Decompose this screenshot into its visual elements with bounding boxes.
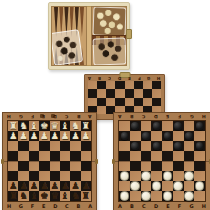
- file-label: B: [77, 203, 81, 209]
- folded-square: [143, 89, 152, 97]
- black-checker: [196, 142, 204, 149]
- folded-square: [115, 81, 124, 89]
- chess-square: ♛: [50, 191, 60, 201]
- chess-square: ♚: [39, 191, 49, 201]
- checkers-square: [119, 141, 130, 151]
- file-label: F: [178, 203, 181, 209]
- checkers-square: [184, 161, 195, 171]
- checkers-square: [184, 171, 195, 181]
- checkers-square: [173, 161, 184, 171]
- file-label: F: [31, 114, 34, 119]
- folded-square: [152, 81, 161, 89]
- checkers-square: [162, 121, 173, 131]
- chess-square: [8, 141, 18, 151]
- checkers-square: [184, 181, 195, 191]
- page-background: { "game": "3-in-1 wooden board game set:…: [0, 0, 210, 210]
- file-label: C: [108, 76, 111, 81]
- file-label: F: [138, 76, 141, 81]
- checkers-square: [184, 141, 195, 151]
- checkers-square: [119, 161, 130, 171]
- white-pawn: ♟: [71, 131, 80, 141]
- checkers-letters-bottom: ABCDEFGH: [114, 202, 210, 210]
- checkers-square: [151, 151, 162, 161]
- checkers-square: [194, 191, 205, 201]
- checkers-square: [162, 191, 173, 201]
- folded-square: [88, 89, 97, 97]
- chess-square: [50, 161, 60, 171]
- file-label: D: [53, 203, 57, 209]
- chess-square: [39, 151, 49, 161]
- chess-square: [50, 141, 60, 151]
- chess-square: ♟: [39, 131, 49, 141]
- checkers-square: [162, 131, 173, 141]
- folded-board-grid: [88, 81, 161, 114]
- black-rook: ♜: [9, 191, 18, 201]
- checkers-square: [141, 121, 152, 131]
- checkers-square: [194, 131, 205, 141]
- checkers-square: [162, 151, 173, 161]
- chess-square: ♞: [70, 191, 80, 201]
- file-label: G: [190, 114, 194, 119]
- checkers-square: [194, 151, 205, 161]
- black-checker: [153, 142, 161, 149]
- checkers-square: [151, 171, 162, 181]
- chess-square: [70, 161, 80, 171]
- chess-square: [81, 151, 91, 161]
- folded-square: [143, 98, 152, 106]
- checkers-square: [119, 171, 130, 181]
- checkers-square: [130, 161, 141, 171]
- chess-square: ♟: [60, 131, 70, 141]
- checkers-square: [194, 141, 205, 151]
- white-pawn: ♟: [61, 131, 70, 141]
- checkers-square: [194, 161, 205, 171]
- checkers-square: [194, 121, 205, 131]
- checkers-square: [141, 181, 152, 191]
- checkers-square: [162, 161, 173, 171]
- chess-square: [8, 151, 18, 161]
- checkers-square: [151, 141, 162, 151]
- black-knight: ♞: [19, 191, 28, 201]
- file-label: C: [142, 114, 145, 119]
- fold-seam: [115, 161, 209, 162]
- folded-square: [134, 98, 143, 106]
- folded-square: [152, 89, 161, 97]
- white-pawn: ♟: [19, 131, 28, 141]
- folded-square: [115, 98, 124, 106]
- hinge-icon: [1, 159, 4, 164]
- folded-square: [143, 81, 152, 89]
- checkers-square: [141, 131, 152, 141]
- file-label: A: [118, 114, 121, 119]
- file-label: E: [42, 203, 45, 209]
- fold-seam: [4, 161, 95, 162]
- black-checker: [174, 142, 182, 149]
- open-game-box: [48, 2, 130, 70]
- checkers-square: [141, 141, 152, 151]
- folded-square: [97, 81, 106, 89]
- chess-square: [70, 151, 80, 161]
- checkers-square: [151, 121, 162, 131]
- file-label: E: [166, 203, 169, 209]
- file-label: G: [189, 203, 193, 209]
- checkers-square: [151, 181, 162, 191]
- white-checker: [184, 171, 194, 180]
- hinge-icon: [112, 159, 115, 164]
- checkers-square: [184, 131, 195, 141]
- folded-square: [106, 89, 115, 97]
- checkers-square: [173, 141, 184, 151]
- checkers-letters-top: ABCDEFGH: [114, 113, 210, 120]
- chess-square: [60, 151, 70, 161]
- folded-square: [152, 98, 161, 106]
- chess-square: [60, 161, 70, 171]
- black-checker: [121, 132, 129, 139]
- white-pawn: ♟: [40, 131, 49, 141]
- checkers-square: [173, 191, 184, 201]
- file-label: D: [154, 114, 158, 119]
- white-pawn: ♟: [30, 131, 39, 141]
- checkers-square: [141, 151, 152, 161]
- file-label: A: [118, 203, 122, 209]
- file-label: E: [128, 76, 131, 81]
- checkers-square: [119, 181, 130, 191]
- folded-square: [134, 81, 143, 89]
- file-label: C: [65, 203, 69, 209]
- black-king: ♚: [40, 191, 49, 201]
- file-label: D: [53, 114, 57, 119]
- file-label: H: [7, 114, 11, 119]
- file-label: G: [19, 114, 23, 119]
- black-checker: [174, 122, 182, 129]
- chess-square: ♟: [29, 131, 39, 141]
- file-label: B: [77, 114, 80, 119]
- black-rook: ♜: [82, 191, 91, 201]
- file-label: G: [147, 76, 150, 81]
- chess-square: ♝: [60, 191, 70, 201]
- file-label: A: [88, 114, 91, 119]
- chess-square: ♜: [81, 191, 91, 201]
- file-label: B: [98, 76, 101, 81]
- checkers-square: [151, 191, 162, 201]
- chess-letters-top: HGFEDCBA: [3, 113, 96, 120]
- file-label: F: [178, 114, 181, 119]
- white-checker: [120, 171, 130, 180]
- chess-square: ♜: [8, 191, 18, 201]
- checkers-square: [173, 151, 184, 161]
- folded-square: [88, 81, 97, 89]
- checkers-square: [130, 131, 141, 141]
- checkers-square: [141, 171, 152, 181]
- file-label: A: [88, 203, 92, 209]
- chess-square: ♟: [8, 131, 18, 141]
- file-label: H: [202, 203, 206, 209]
- chess-square: [81, 141, 91, 151]
- chess-square: ♟: [81, 131, 91, 141]
- folded-square: [115, 89, 124, 97]
- white-checker: [195, 181, 205, 190]
- file-label: E: [166, 114, 169, 119]
- chess-square: [60, 141, 70, 151]
- black-queen: ♛: [50, 191, 59, 201]
- backgammon-left-half: [51, 6, 87, 66]
- black-bishop: ♝: [30, 191, 39, 201]
- checkers-square: [194, 181, 205, 191]
- bag-dark-pieces-left: [51, 29, 83, 66]
- file-label: C: [142, 203, 146, 209]
- chess-square: ♟: [18, 131, 28, 141]
- black-checker: [131, 122, 139, 129]
- checkers-square: [194, 171, 205, 181]
- white-checker: [184, 191, 194, 200]
- chess-square: [70, 141, 80, 151]
- chess-square: [18, 141, 28, 151]
- chess-square: ♟: [70, 131, 80, 141]
- black-knight: ♞: [71, 191, 80, 201]
- black-checker: [131, 142, 139, 149]
- checkers-square: [162, 171, 173, 181]
- chess-square: ♝: [29, 191, 39, 201]
- file-label: G: [19, 203, 23, 209]
- checkers-square: [119, 121, 130, 131]
- white-pawn: ♟: [50, 131, 59, 141]
- checkers-square: [130, 121, 141, 131]
- checkers-square: [119, 151, 130, 161]
- white-checker: [130, 181, 140, 190]
- file-label: E: [42, 114, 45, 119]
- folded-square: [125, 89, 134, 97]
- checkers-square: [119, 131, 130, 141]
- checkers-square: [151, 131, 162, 141]
- chess-square: ♞: [18, 191, 28, 201]
- white-checker: [141, 191, 151, 200]
- chess-square: [18, 161, 28, 171]
- white-checker: [152, 181, 162, 190]
- folded-square: [88, 98, 97, 106]
- folded-square: [97, 106, 106, 114]
- chess-square: [18, 151, 28, 161]
- checkers-square: [173, 171, 184, 181]
- file-label: H: [157, 76, 160, 81]
- chess-square: [29, 151, 39, 161]
- file-label: D: [154, 203, 158, 209]
- checkers-square: [130, 181, 141, 191]
- chess-square: [39, 161, 49, 171]
- file-label: F: [31, 203, 34, 209]
- folded-square: [125, 81, 134, 89]
- file-label: C: [65, 114, 68, 119]
- chess-square: [8, 161, 18, 171]
- box-clasp-icon: [126, 29, 132, 39]
- white-checker: [163, 171, 173, 180]
- white-pawn: ♟: [9, 131, 18, 141]
- chess-board: HGFEDCBA ♜♞♝♚♛♝♞♜♟♟♟♟♟♟♟♟♟♟♟♟♟♟♟♟♜♞♝♚♛♝♞…: [2, 112, 97, 210]
- checkers-square: [184, 151, 195, 161]
- chess-square: [29, 141, 39, 151]
- white-checker: [163, 191, 173, 200]
- checkers-square: [184, 191, 195, 201]
- folded-square: [97, 98, 106, 106]
- file-label: B: [130, 114, 133, 119]
- bag-dark-pieces-right: [93, 37, 127, 65]
- chess-square: [39, 141, 49, 151]
- file-label: D: [118, 76, 121, 81]
- backgammon-right-half: [91, 6, 127, 66]
- black-checker: [153, 122, 161, 129]
- folded-square: [106, 98, 115, 106]
- hinge-icon: [209, 159, 210, 164]
- folded-square: [125, 98, 134, 106]
- folded-square: [134, 89, 143, 97]
- checkers-board: ABCDEFGH ABCDEFGH: [113, 112, 210, 210]
- bag-white-pieces: [93, 6, 127, 36]
- black-checker: [185, 132, 193, 139]
- checkers-square: [141, 191, 152, 201]
- hinge-icon: [95, 159, 98, 164]
- black-bishop: ♝: [61, 191, 70, 201]
- chess-square: [29, 161, 39, 171]
- checkers-square: [130, 191, 141, 201]
- folded-square: [106, 81, 115, 89]
- white-checker: [173, 181, 183, 190]
- checkers-square: [173, 131, 184, 141]
- file-label: B: [130, 203, 134, 209]
- file-label: A: [88, 76, 91, 81]
- checkers-square: [151, 161, 162, 171]
- chess-square: [81, 161, 91, 171]
- file-label: H: [202, 114, 206, 119]
- checkers-square: [173, 181, 184, 191]
- backgammon-point: [80, 7, 84, 37]
- file-label: H: [7, 203, 11, 209]
- checkers-square: [173, 121, 184, 131]
- white-checker: [141, 171, 151, 180]
- folded-square: [97, 89, 106, 97]
- white-checker: [120, 191, 130, 200]
- checkers-square: [141, 161, 152, 171]
- checkers-square: [184, 121, 195, 131]
- checkers-square: [162, 141, 173, 151]
- black-checker: [196, 122, 204, 129]
- black-checker: [164, 132, 172, 139]
- chess-square: ♟: [50, 131, 60, 141]
- checkers-square: [130, 151, 141, 161]
- checkers-square: [130, 141, 141, 151]
- checkers-square: [119, 191, 130, 201]
- chess-letters-bottom: HGFEDCBA: [3, 202, 96, 210]
- checkers-square: [162, 181, 173, 191]
- black-checker: [142, 132, 150, 139]
- white-pawn: ♟: [82, 131, 91, 141]
- checkers-square: [130, 171, 141, 181]
- chess-square: [50, 151, 60, 161]
